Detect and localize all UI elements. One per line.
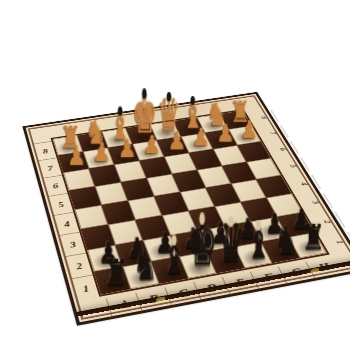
white-pawn-glyph: ♟ — [142, 133, 160, 158]
white-pawn-glyph: ♟ — [167, 129, 185, 154]
piece-tip-accent — [171, 235, 177, 246]
black-knight-glyph: ♞ — [274, 222, 298, 260]
black-bishop-glyph: ♝ — [161, 235, 186, 281]
piece-tip-accent — [199, 212, 205, 225]
brass-clasp — [309, 268, 319, 278]
piece-tip-accent — [255, 220, 260, 231]
piece-black-rook-a1: ♜ — [94, 267, 131, 295]
black-rook-glyph: ♜ — [103, 255, 128, 292]
piece-tip-accent — [166, 92, 171, 102]
chess-board: ♜♞♝♚♛♝♞♜♟♟♟♟♟♟♟♟♟♟♟♟♟♟♟♟♜♞♝♚♛♝♞♜ ABCDEFG… — [22, 92, 350, 326]
black-knight-glyph: ♞ — [132, 247, 157, 286]
piece-tip-accent — [142, 88, 147, 99]
white-pawn-glyph: ♟ — [67, 144, 85, 170]
pieces-layer: ♜♞♝♚♛♝♞♜♟♟♟♟♟♟♟♟♟♟♟♟♟♟♟♟♜♞♝♚♛♝♞♜ — [53, 110, 327, 294]
white-pawn-glyph: ♟ — [216, 122, 234, 147]
white-pawn-glyph: ♟ — [192, 125, 210, 150]
black-king-glyph: ♚ — [187, 212, 217, 275]
white-pawn-glyph: ♟ — [92, 141, 110, 166]
piece-white-pawn-c7: ♟ — [108, 144, 140, 165]
piece-tip-accent — [228, 216, 233, 227]
piece-tip-accent — [190, 96, 195, 105]
piece-tip-accent — [117, 106, 122, 115]
black-bishop-glyph: ♝ — [246, 220, 270, 265]
black-queen-glyph: ♛ — [216, 216, 245, 270]
piece-white-pawn-b7: ♟ — [83, 148, 114, 169]
piece-white-pawn-a7: ♟ — [58, 152, 89, 173]
black-rook-glyph: ♜ — [301, 220, 325, 255]
brass-clasp — [155, 296, 164, 306]
piece-white-pawn-d7: ♟ — [132, 140, 164, 160]
chess-set-photo: ♜♞♝♚♛♝♞♜♟♟♟♟♟♟♟♟♟♟♟♟♟♟♟♟♜♞♝♚♛♝♞♜ ABCDEFG… — [0, 0, 350, 350]
white-pawn-glyph: ♟ — [117, 137, 135, 162]
